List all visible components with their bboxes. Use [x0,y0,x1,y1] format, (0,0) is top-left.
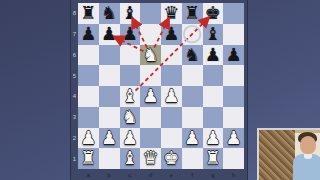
square-a5[interactable] [78,65,99,86]
rank-labels: 87654321 [71,3,78,169]
square-c3[interactable]: ♞ [120,107,141,128]
square-h1[interactable] [223,148,244,169]
rank-label-7: 7 [71,24,78,45]
square-c5[interactable] [120,65,141,86]
square-g5[interactable] [203,65,224,86]
square-b4[interactable] [99,86,120,107]
video-frame: 87654321 ♜♞♝♛♜♚♟♟♟♟♝♞♞♟♟♝♟♟♞♟♟♟♟♟♟♜♝♛♚♜ … [0,0,320,180]
file-label-c: c [120,169,141,180]
black-knight-f6: ♞ [184,45,200,66]
square-g4[interactable] [203,86,224,107]
black-pawn-c7: ♟ [122,24,138,45]
square-e4[interactable]: ♟ [161,86,182,107]
square-e1[interactable]: ♚ [161,148,182,169]
square-b2[interactable]: ♟ [99,128,120,149]
square-g7[interactable]: ♝ [203,24,224,45]
square-h3[interactable] [223,107,244,128]
square-h5[interactable] [223,65,244,86]
square-f2[interactable]: ♟ [182,128,203,149]
white-pawn-g2: ♟ [205,128,221,149]
square-a7[interactable]: ♟ [78,24,99,45]
square-a4[interactable] [78,86,99,107]
square-h4[interactable] [223,86,244,107]
square-a6[interactable] [78,45,99,66]
rank-label-5: 5 [71,65,78,86]
square-h2[interactable]: ♟ [223,128,244,149]
black-pawn-b7: ♟ [101,24,117,45]
black-bishop-c8: ♝ [122,3,138,24]
square-e6[interactable] [161,45,182,66]
black-pawn-e7: ♟ [163,24,179,45]
instructor-face [300,136,316,154]
square-g6[interactable]: ♟ [203,45,224,66]
white-knight-d6: ♞ [143,45,159,66]
white-pawn-a2: ♟ [80,128,96,149]
square-d7[interactable] [140,24,161,45]
square-g8[interactable]: ♚ [203,3,224,24]
square-e2[interactable] [161,128,182,149]
square-e7[interactable]: ♟ [161,24,182,45]
square-g2[interactable]: ♟ [203,128,224,149]
white-pawn-c2: ♟ [122,128,138,149]
square-c1[interactable]: ♝ [120,148,141,169]
square-e5[interactable] [161,65,182,86]
square-c2[interactable]: ♟ [120,128,141,149]
square-d6[interactable]: ♞ [140,45,161,66]
square-d2[interactable] [140,128,161,149]
webcam-video [257,128,320,180]
black-king-g8: ♚ [205,3,221,24]
square-c8[interactable]: ♝ [120,3,141,24]
black-queen-e8: ♛ [163,3,179,24]
white-pawn-d4: ♟ [143,86,159,107]
square-b3[interactable] [99,107,120,128]
square-a1[interactable]: ♜ [78,148,99,169]
square-b1[interactable] [99,148,120,169]
square-d5[interactable] [140,65,161,86]
square-b5[interactable] [99,65,120,86]
square-d3[interactable] [140,107,161,128]
square-d1[interactable]: ♛ [140,148,161,169]
rank-label-4: 4 [71,86,78,107]
white-pawn-b2: ♟ [101,128,117,149]
square-d4[interactable]: ♟ [140,86,161,107]
square-b8[interactable]: ♞ [99,3,120,24]
square-e3[interactable] [161,107,182,128]
black-bishop-g7: ♝ [205,24,221,45]
square-a3[interactable] [78,107,99,128]
file-label-b: b [99,169,120,180]
black-rook-f8: ♜ [184,3,200,24]
black-pawn-h6: ♟ [226,45,242,66]
black-pawn-a7: ♟ [80,24,96,45]
file-label-f: f [182,169,203,180]
square-f6[interactable]: ♞ [182,45,203,66]
square-h6[interactable]: ♟ [223,45,244,66]
square-f8[interactable]: ♜ [182,3,203,24]
square-c6[interactable] [120,45,141,66]
square-a2[interactable]: ♟ [78,128,99,149]
file-label-d: d [140,169,161,180]
white-rook-g1: ♜ [205,148,221,169]
square-g1[interactable]: ♜ [203,148,224,169]
white-bishop-c4: ♝ [122,86,138,107]
square-h8[interactable] [223,3,244,24]
file-labels: abcdefgh [78,169,244,180]
file-label-h: h [223,169,244,180]
rank-label-8: 8 [71,3,78,24]
white-pawn-h2: ♟ [226,128,242,149]
file-label-e: e [161,169,182,180]
square-f3[interactable] [182,107,203,128]
tapestry-background [259,130,295,180]
square-b7[interactable]: ♟ [99,24,120,45]
black-rook-a8: ♜ [80,3,96,24]
square-b6[interactable] [99,45,120,66]
square-d8[interactable] [140,3,161,24]
file-label-g: g [203,169,224,180]
rank-label-2: 2 [71,128,78,149]
rank-label-1: 1 [71,148,78,169]
white-king-e1: ♚ [163,148,179,169]
instructor-collar [304,154,312,159]
square-c4[interactable]: ♝ [120,86,141,107]
square-e8[interactable]: ♛ [161,3,182,24]
square-f4[interactable] [182,86,203,107]
white-rook-a1: ♜ [80,148,96,169]
white-pawn-e4: ♟ [163,86,179,107]
chess-board-squares: ♜♞♝♛♜♚♟♟♟♟♝♞♞♟♟♝♟♟♞♟♟♟♟♟♟♜♝♛♚♜ [78,3,244,169]
chess-board: 87654321 ♜♞♝♛♜♚♟♟♟♟♝♞♞♟♟♝♟♟♞♟♟♟♟♟♟♜♝♛♚♜ … [70,0,248,180]
rank-label-6: 6 [71,45,78,66]
file-label-a: a [78,169,99,180]
square-a8[interactable]: ♜ [78,3,99,24]
black-knight-b8: ♞ [101,3,117,24]
black-pawn-g6: ♟ [205,45,221,66]
square-h7[interactable] [223,24,244,45]
white-queen-d1: ♛ [143,148,159,169]
rank-label-3: 3 [71,107,78,128]
white-knight-c3: ♞ [122,107,138,128]
white-pawn-f2: ♟ [184,128,200,149]
square-f7[interactable] [182,24,203,45]
square-f5[interactable] [182,65,203,86]
square-f1[interactable] [182,148,203,169]
square-c7[interactable]: ♟ [120,24,141,45]
white-bishop-c1: ♝ [122,148,138,169]
square-g3[interactable] [203,107,224,128]
